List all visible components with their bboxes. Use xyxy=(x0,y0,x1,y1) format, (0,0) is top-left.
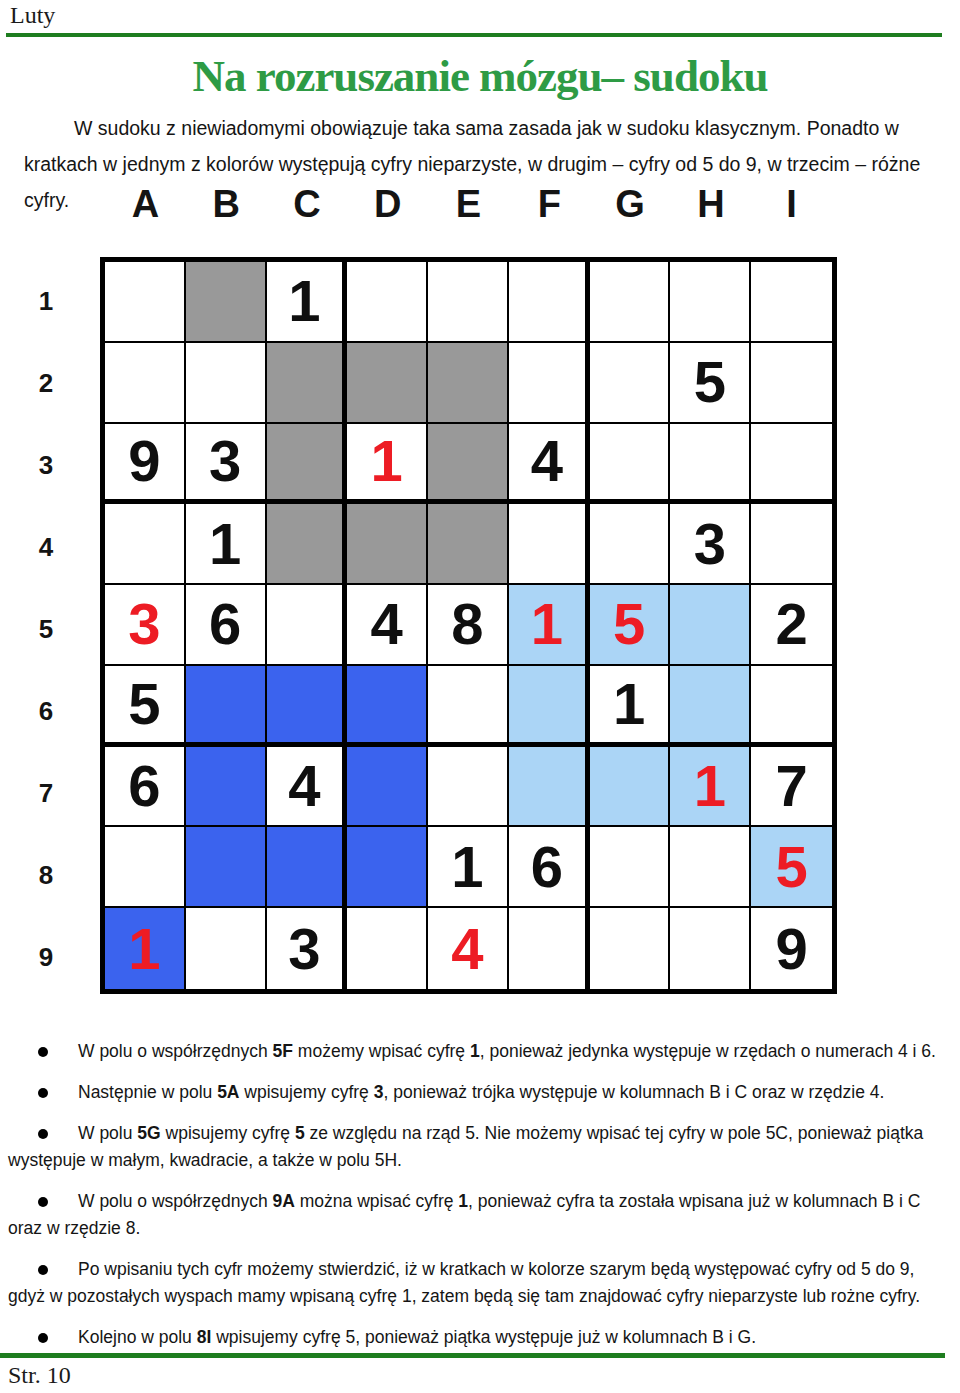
cell-D7 xyxy=(347,747,428,828)
column-label-E: E xyxy=(428,183,509,225)
cell-C4 xyxy=(267,504,348,585)
bullet-icon xyxy=(38,1088,48,1098)
bullet-text: wpisujemy cyfrę xyxy=(240,1082,374,1102)
cell-F5: 1 xyxy=(509,585,590,666)
bullet-item-4: W polu o współrzędnych 9A można wpisać c… xyxy=(8,1188,956,1242)
bullet-icon xyxy=(38,1265,48,1275)
cell-C8 xyxy=(267,827,348,908)
cell-B4: 1 xyxy=(186,504,267,585)
cell-F7 xyxy=(509,747,590,828)
cell-E2 xyxy=(428,343,509,424)
cell-D1 xyxy=(347,262,428,343)
cell-A2 xyxy=(105,343,186,424)
bullet-text: Następnie w polu xyxy=(78,1082,217,1102)
bullet-icon xyxy=(38,1129,48,1139)
cell-I9: 9 xyxy=(751,908,832,989)
cell-G7 xyxy=(590,747,671,828)
cell-E8: 1 xyxy=(428,827,509,908)
row-label-8: 8 xyxy=(20,830,72,912)
cell-E1 xyxy=(428,262,509,343)
cell-B1 xyxy=(186,262,267,343)
row-label-6: 6 xyxy=(20,666,72,748)
cell-I1 xyxy=(751,262,832,343)
bullet-text-bold: 5F xyxy=(273,1041,293,1061)
bullet-text-bold: 1 xyxy=(470,1041,480,1061)
cell-B5: 6 xyxy=(186,585,267,666)
row-label-1: 1 xyxy=(20,257,72,339)
page-header: Luty xyxy=(10,2,55,29)
bullet-text: Kolejno w polu xyxy=(78,1327,197,1347)
bullet-icon xyxy=(38,1197,48,1207)
cell-D4 xyxy=(347,504,428,585)
cell-A1 xyxy=(105,262,186,343)
cell-G1 xyxy=(590,262,671,343)
cell-G3 xyxy=(590,424,671,505)
row-label-9: 9 xyxy=(20,912,72,994)
cell-G6: 1 xyxy=(590,666,671,747)
column-headers: ABCDEFGHI xyxy=(105,183,832,225)
cell-A4 xyxy=(105,504,186,585)
bullet-text: wpisujemy cyfrę 5, ponieważ piątka wystę… xyxy=(211,1327,756,1347)
bullet-text-bold: 1 xyxy=(458,1191,468,1211)
cell-C6 xyxy=(267,666,348,747)
row-label-7: 7 xyxy=(20,748,72,830)
column-label-C: C xyxy=(267,183,348,225)
bullet-text-bold: 3 xyxy=(374,1082,384,1102)
cell-E3 xyxy=(428,424,509,505)
cell-F8: 6 xyxy=(509,827,590,908)
cell-F4 xyxy=(509,504,590,585)
cell-B7 xyxy=(186,747,267,828)
cell-H4: 3 xyxy=(670,504,751,585)
bullet-text: możemy wpisać cyfrę xyxy=(293,1041,470,1061)
column-label-B: B xyxy=(186,183,267,225)
cell-E4 xyxy=(428,504,509,585)
cell-H7: 1 xyxy=(670,747,751,828)
bullet-list: W polu o współrzędnych 5F możemy wpisać … xyxy=(8,1038,956,1365)
cell-G9 xyxy=(590,908,671,989)
cell-E7 xyxy=(428,747,509,828)
bullet-text: Po wpisaniu tych cyfr możemy stwierdzić,… xyxy=(8,1259,920,1306)
cell-I6 xyxy=(751,666,832,747)
bullet-text: , ponieważ trójka występuje w kolumnach … xyxy=(383,1082,884,1102)
bullet-icon xyxy=(38,1047,48,1057)
cell-B9 xyxy=(186,908,267,989)
bullet-text: W polu o współrzędnych xyxy=(78,1191,273,1211)
bullet-text: W polu o współrzędnych xyxy=(78,1041,273,1061)
cell-D3: 1 xyxy=(347,424,428,505)
cell-F9 xyxy=(509,908,590,989)
cell-A7: 6 xyxy=(105,747,186,828)
row-label-4: 4 xyxy=(20,503,72,585)
cell-D2 xyxy=(347,343,428,424)
cell-B6 xyxy=(186,666,267,747)
column-label-H: H xyxy=(670,183,751,225)
row-label-5: 5 xyxy=(20,585,72,667)
cell-H2: 5 xyxy=(670,343,751,424)
bullet-text-bold: 9A xyxy=(273,1191,295,1211)
cell-C1: 1 xyxy=(267,262,348,343)
cell-B8 xyxy=(186,827,267,908)
cell-H5 xyxy=(670,585,751,666)
cell-D8 xyxy=(347,827,428,908)
bullet-text: W polu xyxy=(78,1123,137,1143)
cell-G8 xyxy=(590,827,671,908)
bullet-item-2: Następnie w polu 5A wpisujemy cyfrę 3, p… xyxy=(8,1079,956,1106)
cell-H1 xyxy=(670,262,751,343)
cell-D9 xyxy=(347,908,428,989)
cell-A6: 5 xyxy=(105,666,186,747)
bullet-text: , ponieważ jedynka występuje w rzędach o… xyxy=(480,1041,936,1061)
page-title: Na rozruszanie mózgu– sudoku xyxy=(0,50,960,102)
bullet-text-bold: 5A xyxy=(217,1082,239,1102)
column-label-F: F xyxy=(509,183,590,225)
cell-I4 xyxy=(751,504,832,585)
bullet-text-bold: 8I xyxy=(197,1327,212,1347)
cell-I3 xyxy=(751,424,832,505)
bullet-text-bold: 5 xyxy=(295,1123,305,1143)
cell-C2 xyxy=(267,343,348,424)
cell-I8: 5 xyxy=(751,827,832,908)
column-label-G: G xyxy=(590,183,671,225)
bullet-text: wpisujemy cyfrę xyxy=(161,1123,295,1143)
cell-G2 xyxy=(590,343,671,424)
bullet-item-1: W polu o współrzędnych 5F możemy wpisać … xyxy=(8,1038,956,1065)
top-divider xyxy=(6,33,942,37)
cell-G4 xyxy=(590,504,671,585)
cell-H6 xyxy=(670,666,751,747)
cell-F2 xyxy=(509,343,590,424)
cell-C9: 3 xyxy=(267,908,348,989)
row-label-2: 2 xyxy=(20,339,72,421)
cell-B2 xyxy=(186,343,267,424)
cell-C5 xyxy=(267,585,348,666)
cell-I5: 2 xyxy=(751,585,832,666)
column-label-A: A xyxy=(105,183,186,225)
sudoku-board: 1593141336481525164171651349 xyxy=(100,257,837,994)
cell-I2 xyxy=(751,343,832,424)
bullet-text: można wpisać cyfrę xyxy=(295,1191,458,1211)
cell-G5: 5 xyxy=(590,585,671,666)
cell-C7: 4 xyxy=(267,747,348,828)
cell-E9: 4 xyxy=(428,908,509,989)
row-label-3: 3 xyxy=(20,421,72,503)
cell-D6 xyxy=(347,666,428,747)
cell-A9: 1 xyxy=(105,908,186,989)
cell-H9 xyxy=(670,908,751,989)
bullet-item-5: Po wpisaniu tych cyfr możemy stwierdzić,… xyxy=(8,1256,956,1310)
cell-F3: 4 xyxy=(509,424,590,505)
cell-B3: 3 xyxy=(186,424,267,505)
cell-A8 xyxy=(105,827,186,908)
cell-H8 xyxy=(670,827,751,908)
cell-E6 xyxy=(428,666,509,747)
bullet-icon xyxy=(38,1333,48,1343)
column-label-D: D xyxy=(347,183,428,225)
cell-F1 xyxy=(509,262,590,343)
cell-D5: 4 xyxy=(347,585,428,666)
cell-H3 xyxy=(670,424,751,505)
page-footer: Str. 10 xyxy=(8,1362,71,1389)
cell-A5: 3 xyxy=(105,585,186,666)
cell-E5: 8 xyxy=(428,585,509,666)
column-label-I: I xyxy=(751,183,832,225)
bullet-item-3: W polu 5G wpisujemy cyfrę 5 ze względu n… xyxy=(8,1120,956,1174)
row-labels: 123456789 xyxy=(20,257,72,994)
cell-F6 xyxy=(509,666,590,747)
cell-C3 xyxy=(267,424,348,505)
cell-A3: 9 xyxy=(105,424,186,505)
bullet-item-6: Kolejno w polu 8I wpisujemy cyfrę 5, pon… xyxy=(8,1324,956,1351)
bottom-divider xyxy=(0,1353,945,1358)
cell-I7: 7 xyxy=(751,747,832,828)
bullet-text-bold: 5G xyxy=(137,1123,160,1143)
